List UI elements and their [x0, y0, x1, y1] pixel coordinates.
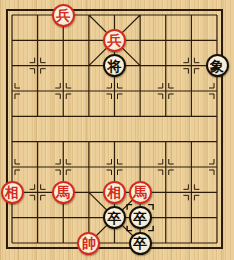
piece-black-soldier[interactable]: 卒: [103, 206, 126, 229]
piece-glyph: 象: [210, 58, 224, 72]
piece-glyph: 相: [5, 185, 19, 199]
piece-red-elephant[interactable]: 相: [1, 181, 24, 204]
piece-glyph: 卒: [133, 210, 147, 224]
piece-glyph: 卒: [133, 236, 147, 250]
piece-glyph: 馬: [56, 185, 70, 199]
piece-glyph: 帥: [82, 236, 96, 250]
piece-glyph: 馬: [133, 185, 147, 199]
piece-red-general[interactable]: 帥: [77, 232, 100, 255]
piece-glyph: 兵: [108, 33, 122, 47]
xiangqi-board[interactable]: 兵兵将象相馬相馬卒卒帥卒: [0, 0, 234, 260]
piece-red-elephant[interactable]: 相: [103, 181, 126, 204]
piece-glyph: 兵: [56, 8, 70, 22]
piece-black-soldier[interactable]: 卒: [129, 232, 152, 255]
piece-black-general[interactable]: 将: [103, 54, 126, 77]
piece-glyph: 卒: [108, 210, 122, 224]
piece-black-soldier[interactable]: 卒: [129, 206, 152, 229]
piece-glyph: 相: [108, 185, 122, 199]
piece-red-horse[interactable]: 馬: [52, 181, 75, 204]
piece-black-elephant[interactable]: 象: [206, 54, 229, 77]
piece-red-soldier[interactable]: 兵: [52, 4, 75, 27]
piece-red-soldier[interactable]: 兵: [103, 29, 126, 52]
piece-red-horse[interactable]: 馬: [129, 181, 152, 204]
piece-glyph: 将: [108, 58, 122, 72]
